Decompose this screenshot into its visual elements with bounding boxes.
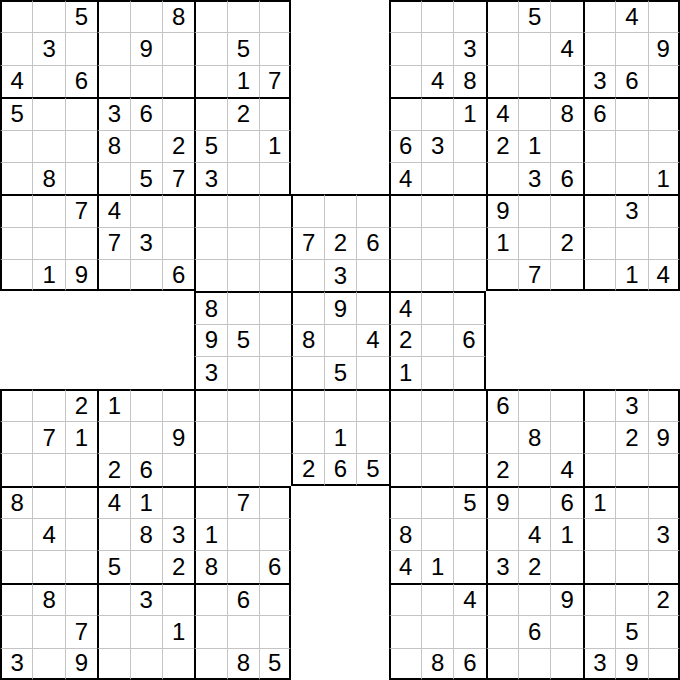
empty-cell-r6c14[interactable] xyxy=(421,162,453,194)
empty-cell-r13c19[interactable] xyxy=(583,389,615,421)
given-cell-r14c21[interactable]: 9 xyxy=(648,421,680,453)
given-cell-r6c21[interactable]: 1 xyxy=(648,162,680,194)
empty-cell-r13c13[interactable] xyxy=(389,389,421,421)
empty-cell-r9c13[interactable] xyxy=(389,259,421,291)
empty-cell-r8c1[interactable] xyxy=(0,227,32,259)
empty-cell-r17c14[interactable] xyxy=(421,518,453,550)
empty-cell-r16c7[interactable] xyxy=(194,486,226,518)
given-cell-r21c9[interactable]: 5 xyxy=(259,648,291,680)
empty-cell-r2c9[interactable] xyxy=(259,32,291,64)
empty-cell-r1c15[interactable] xyxy=(453,0,485,32)
given-cell-r6c6[interactable]: 7 xyxy=(162,162,194,194)
empty-cell-r12c15[interactable] xyxy=(453,356,485,388)
empty-cell-r7c17[interactable] xyxy=(518,194,550,226)
empty-cell-r13c10[interactable] xyxy=(291,389,323,421)
empty-cell-r7c18[interactable] xyxy=(550,194,582,226)
empty-cell-r3c5[interactable] xyxy=(130,65,162,97)
empty-cell-r17c16[interactable] xyxy=(486,518,518,550)
given-cell-r14c3[interactable]: 1 xyxy=(65,421,97,453)
empty-cell-r13c8[interactable] xyxy=(227,389,259,421)
given-cell-r14c20[interactable]: 2 xyxy=(615,421,647,453)
empty-cell-r1c16[interactable] xyxy=(486,0,518,32)
empty-cell-r1c13[interactable] xyxy=(389,0,421,32)
empty-cell-r12c8[interactable] xyxy=(227,356,259,388)
empty-cell-r3c21[interactable] xyxy=(648,65,680,97)
empty-cell-r21c13[interactable] xyxy=(389,648,421,680)
empty-cell-r6c16[interactable] xyxy=(486,162,518,194)
empty-cell-r5c15[interactable] xyxy=(453,130,485,162)
empty-cell-r5c8[interactable] xyxy=(227,130,259,162)
empty-cell-r2c3[interactable] xyxy=(65,32,97,64)
empty-cell-r19c4[interactable] xyxy=(97,583,129,615)
given-cell-r2c8[interactable]: 5 xyxy=(227,32,259,64)
given-cell-r12c13[interactable]: 1 xyxy=(389,356,421,388)
empty-cell-r20c18[interactable] xyxy=(550,615,582,647)
empty-cell-r13c12[interactable] xyxy=(356,389,388,421)
given-cell-r14c11[interactable]: 1 xyxy=(324,421,356,453)
empty-cell-r16c21[interactable] xyxy=(648,486,680,518)
empty-cell-r14c16[interactable] xyxy=(486,421,518,453)
given-cell-r11c10[interactable]: 8 xyxy=(291,324,323,356)
empty-cell-r3c18[interactable] xyxy=(550,65,582,97)
given-cell-r5c17[interactable]: 1 xyxy=(518,130,550,162)
given-cell-r2c21[interactable]: 9 xyxy=(648,32,680,64)
empty-cell-r14c13[interactable] xyxy=(389,421,421,453)
given-cell-r3c3[interactable]: 6 xyxy=(65,65,97,97)
given-cell-r14c17[interactable]: 8 xyxy=(518,421,550,453)
empty-cell-r2c16[interactable] xyxy=(486,32,518,64)
given-cell-r15c12[interactable]: 5 xyxy=(356,453,388,485)
empty-cell-r18c5[interactable] xyxy=(130,550,162,582)
empty-cell-r1c21[interactable] xyxy=(648,0,680,32)
empty-cell-r14c8[interactable] xyxy=(227,421,259,453)
empty-cell-r5c5[interactable] xyxy=(130,130,162,162)
empty-cell-r9c16[interactable] xyxy=(486,259,518,291)
empty-cell-r14c15[interactable] xyxy=(453,421,485,453)
given-cell-r11c7[interactable]: 9 xyxy=(194,324,226,356)
empty-cell-r13c17[interactable] xyxy=(518,389,550,421)
given-cell-r11c13[interactable]: 2 xyxy=(389,324,421,356)
given-cell-r9c6[interactable]: 6 xyxy=(162,259,194,291)
given-cell-r10c13[interactable]: 4 xyxy=(389,291,421,323)
empty-cell-r19c3[interactable] xyxy=(65,583,97,615)
empty-cell-r9c12[interactable] xyxy=(356,259,388,291)
empty-cell-r8c9[interactable] xyxy=(259,227,291,259)
given-cell-r9c20[interactable]: 1 xyxy=(615,259,647,291)
empty-cell-r18c1[interactable] xyxy=(0,550,32,582)
empty-cell-r6c15[interactable] xyxy=(453,162,485,194)
given-cell-r14c6[interactable]: 9 xyxy=(162,421,194,453)
given-cell-r16c18[interactable]: 6 xyxy=(550,486,582,518)
empty-cell-r3c2[interactable] xyxy=(32,65,64,97)
given-cell-r21c19[interactable]: 3 xyxy=(583,648,615,680)
given-cell-r1c20[interactable]: 4 xyxy=(615,0,647,32)
empty-cell-r8c3[interactable] xyxy=(65,227,97,259)
empty-cell-r6c19[interactable] xyxy=(583,162,615,194)
empty-cell-r15c2[interactable] xyxy=(32,453,64,485)
empty-cell-r10c14[interactable] xyxy=(421,291,453,323)
empty-cell-r19c19[interactable] xyxy=(583,583,615,615)
given-cell-r19c2[interactable]: 8 xyxy=(32,583,64,615)
empty-cell-r1c8[interactable] xyxy=(227,0,259,32)
given-cell-r11c8[interactable]: 5 xyxy=(227,324,259,356)
given-cell-r16c1[interactable]: 8 xyxy=(0,486,32,518)
given-cell-r20c17[interactable]: 6 xyxy=(518,615,550,647)
empty-cell-r16c6[interactable] xyxy=(162,486,194,518)
given-cell-r15c18[interactable]: 4 xyxy=(550,453,582,485)
given-cell-r8c4[interactable]: 7 xyxy=(97,227,129,259)
given-cell-r9c2[interactable]: 1 xyxy=(32,259,64,291)
empty-cell-r16c14[interactable] xyxy=(421,486,453,518)
given-cell-r2c18[interactable]: 4 xyxy=(550,32,582,64)
given-cell-r4c16[interactable]: 4 xyxy=(486,97,518,129)
given-cell-r16c16[interactable]: 9 xyxy=(486,486,518,518)
empty-cell-r17c4[interactable] xyxy=(97,518,129,550)
empty-cell-r15c17[interactable] xyxy=(518,453,550,485)
empty-cell-r18c2[interactable] xyxy=(32,550,64,582)
empty-cell-r17c20[interactable] xyxy=(615,518,647,550)
given-cell-r19c21[interactable]: 2 xyxy=(648,583,680,615)
empty-cell-r15c6[interactable] xyxy=(162,453,194,485)
given-cell-r1c17[interactable]: 5 xyxy=(518,0,550,32)
empty-cell-r19c20[interactable] xyxy=(615,583,647,615)
empty-cell-r16c13[interactable] xyxy=(389,486,421,518)
empty-cell-r15c7[interactable] xyxy=(194,453,226,485)
empty-cell-r16c20[interactable] xyxy=(615,486,647,518)
given-cell-r6c5[interactable]: 5 xyxy=(130,162,162,194)
given-cell-r4c15[interactable]: 1 xyxy=(453,97,485,129)
given-cell-r15c16[interactable]: 2 xyxy=(486,453,518,485)
empty-cell-r1c2[interactable] xyxy=(32,0,64,32)
given-cell-r17c21[interactable]: 3 xyxy=(648,518,680,550)
empty-cell-r16c9[interactable] xyxy=(259,486,291,518)
given-cell-r5c16[interactable]: 2 xyxy=(486,130,518,162)
empty-cell-r20c14[interactable] xyxy=(421,615,453,647)
empty-cell-r20c5[interactable] xyxy=(130,615,162,647)
given-cell-r12c7[interactable]: 3 xyxy=(194,356,226,388)
empty-cell-r19c17[interactable] xyxy=(518,583,550,615)
empty-cell-r18c8[interactable] xyxy=(227,550,259,582)
given-cell-r12c11[interactable]: 5 xyxy=(324,356,356,388)
empty-cell-r14c12[interactable] xyxy=(356,421,388,453)
empty-cell-r16c2[interactable] xyxy=(32,486,64,518)
given-cell-r2c15[interactable]: 3 xyxy=(453,32,485,64)
empty-cell-r20c2[interactable] xyxy=(32,615,64,647)
empty-cell-r1c18[interactable] xyxy=(550,0,582,32)
empty-cell-r12c14[interactable] xyxy=(421,356,453,388)
empty-cell-r14c1[interactable] xyxy=(0,421,32,453)
empty-cell-r2c17[interactable] xyxy=(518,32,550,64)
empty-cell-r8c21[interactable] xyxy=(648,227,680,259)
empty-cell-r3c13[interactable] xyxy=(389,65,421,97)
empty-cell-r5c3[interactable] xyxy=(65,130,97,162)
empty-cell-r2c7[interactable] xyxy=(194,32,226,64)
empty-cell-r9c15[interactable] xyxy=(453,259,485,291)
given-cell-r16c4[interactable]: 4 xyxy=(97,486,129,518)
empty-cell-r15c20[interactable] xyxy=(615,453,647,485)
given-cell-r16c8[interactable]: 7 xyxy=(227,486,259,518)
given-cell-r7c16[interactable]: 9 xyxy=(486,194,518,226)
empty-cell-r21c17[interactable] xyxy=(518,648,550,680)
given-cell-r9c11[interactable]: 3 xyxy=(324,259,356,291)
empty-cell-r15c14[interactable] xyxy=(421,453,453,485)
empty-cell-r5c20[interactable] xyxy=(615,130,647,162)
given-cell-r21c15[interactable]: 6 xyxy=(453,648,485,680)
empty-cell-r20c9[interactable] xyxy=(259,615,291,647)
empty-cell-r7c13[interactable] xyxy=(389,194,421,226)
empty-cell-r17c8[interactable] xyxy=(227,518,259,550)
empty-cell-r7c5[interactable] xyxy=(130,194,162,226)
given-cell-r7c4[interactable]: 4 xyxy=(97,194,129,226)
given-cell-r17c13[interactable]: 8 xyxy=(389,518,421,550)
given-cell-r4c19[interactable]: 6 xyxy=(583,97,615,129)
given-cell-r19c18[interactable]: 9 xyxy=(550,583,582,615)
empty-cell-r14c10[interactable] xyxy=(291,421,323,453)
empty-cell-r21c4[interactable] xyxy=(97,648,129,680)
empty-cell-r8c13[interactable] xyxy=(389,227,421,259)
given-cell-r3c19[interactable]: 3 xyxy=(583,65,615,97)
empty-cell-r20c13[interactable] xyxy=(389,615,421,647)
given-cell-r5c14[interactable]: 3 xyxy=(421,130,453,162)
given-cell-r18c14[interactable]: 1 xyxy=(421,550,453,582)
given-cell-r4c1[interactable]: 5 xyxy=(0,97,32,129)
empty-cell-r7c7[interactable] xyxy=(194,194,226,226)
empty-cell-r13c2[interactable] xyxy=(32,389,64,421)
given-cell-r3c8[interactable]: 1 xyxy=(227,65,259,97)
empty-cell-r14c18[interactable] xyxy=(550,421,582,453)
empty-cell-r9c9[interactable] xyxy=(259,259,291,291)
empty-cell-r3c16[interactable] xyxy=(486,65,518,97)
given-cell-r13c4[interactable]: 1 xyxy=(97,389,129,421)
given-cell-r3c20[interactable]: 6 xyxy=(615,65,647,97)
empty-cell-r15c1[interactable] xyxy=(0,453,32,485)
empty-cell-r20c4[interactable] xyxy=(97,615,129,647)
empty-cell-r21c21[interactable] xyxy=(648,648,680,680)
given-cell-r15c10[interactable]: 2 xyxy=(291,453,323,485)
given-cell-r13c16[interactable]: 6 xyxy=(486,389,518,421)
empty-cell-r13c5[interactable] xyxy=(130,389,162,421)
empty-cell-r7c9[interactable] xyxy=(259,194,291,226)
empty-cell-r2c4[interactable] xyxy=(97,32,129,64)
given-cell-r7c3[interactable]: 7 xyxy=(65,194,97,226)
empty-cell-r6c9[interactable] xyxy=(259,162,291,194)
empty-cell-r2c20[interactable] xyxy=(615,32,647,64)
empty-cell-r8c7[interactable] xyxy=(194,227,226,259)
given-cell-r20c6[interactable]: 1 xyxy=(162,615,194,647)
empty-cell-r5c18[interactable] xyxy=(550,130,582,162)
empty-cell-r3c6[interactable] xyxy=(162,65,194,97)
empty-cell-r2c14[interactable] xyxy=(421,32,453,64)
empty-cell-r2c13[interactable] xyxy=(389,32,421,64)
empty-cell-r15c8[interactable] xyxy=(227,453,259,485)
empty-cell-r15c21[interactable] xyxy=(648,453,680,485)
empty-cell-r18c19[interactable] xyxy=(583,550,615,582)
empty-cell-r4c6[interactable] xyxy=(162,97,194,129)
empty-cell-r17c1[interactable] xyxy=(0,518,32,550)
empty-cell-r4c17[interactable] xyxy=(518,97,550,129)
empty-cell-r20c8[interactable] xyxy=(227,615,259,647)
empty-cell-r16c17[interactable] xyxy=(518,486,550,518)
empty-cell-r8c2[interactable] xyxy=(32,227,64,259)
empty-cell-r9c1[interactable] xyxy=(0,259,32,291)
given-cell-r15c11[interactable]: 6 xyxy=(324,453,356,485)
empty-cell-r21c18[interactable] xyxy=(550,648,582,680)
empty-cell-r13c15[interactable] xyxy=(453,389,485,421)
empty-cell-r7c6[interactable] xyxy=(162,194,194,226)
empty-cell-r11c14[interactable] xyxy=(421,324,453,356)
empty-cell-r10c15[interactable] xyxy=(453,291,485,323)
given-cell-r6c18[interactable]: 6 xyxy=(550,162,582,194)
empty-cell-r4c14[interactable] xyxy=(421,97,453,129)
empty-cell-r19c16[interactable] xyxy=(486,583,518,615)
empty-cell-r20c1[interactable] xyxy=(0,615,32,647)
empty-cell-r14c7[interactable] xyxy=(194,421,226,453)
empty-cell-r15c13[interactable] xyxy=(389,453,421,485)
given-cell-r6c13[interactable]: 4 xyxy=(389,162,421,194)
given-cell-r5c4[interactable]: 8 xyxy=(97,130,129,162)
given-cell-r8c11[interactable]: 2 xyxy=(324,227,356,259)
empty-cell-r7c21[interactable] xyxy=(648,194,680,226)
given-cell-r21c14[interactable]: 8 xyxy=(421,648,453,680)
empty-cell-r6c1[interactable] xyxy=(0,162,32,194)
empty-cell-r19c14[interactable] xyxy=(421,583,453,615)
given-cell-r13c3[interactable]: 2 xyxy=(65,389,97,421)
empty-cell-r4c3[interactable] xyxy=(65,97,97,129)
empty-cell-r13c11[interactable] xyxy=(324,389,356,421)
empty-cell-r12c9[interactable] xyxy=(259,356,291,388)
empty-cell-r20c7[interactable] xyxy=(194,615,226,647)
empty-cell-r8c8[interactable] xyxy=(227,227,259,259)
given-cell-r15c4[interactable]: 2 xyxy=(97,453,129,485)
given-cell-r3c1[interactable]: 4 xyxy=(0,65,32,97)
empty-cell-r10c9[interactable] xyxy=(259,291,291,323)
given-cell-r18c4[interactable]: 5 xyxy=(97,550,129,582)
empty-cell-r18c18[interactable] xyxy=(550,550,582,582)
empty-cell-r3c7[interactable] xyxy=(194,65,226,97)
empty-cell-r19c13[interactable] xyxy=(389,583,421,615)
empty-cell-r13c21[interactable] xyxy=(648,389,680,421)
empty-cell-r16c3[interactable] xyxy=(65,486,97,518)
empty-cell-r8c15[interactable] xyxy=(453,227,485,259)
given-cell-r5c9[interactable]: 1 xyxy=(259,130,291,162)
empty-cell-r19c1[interactable] xyxy=(0,583,32,615)
empty-cell-r17c9[interactable] xyxy=(259,518,291,550)
empty-cell-r2c6[interactable] xyxy=(162,32,194,64)
given-cell-r18c13[interactable]: 4 xyxy=(389,550,421,582)
empty-cell-r10c8[interactable] xyxy=(227,291,259,323)
empty-cell-r9c18[interactable] xyxy=(550,259,582,291)
given-cell-r18c16[interactable]: 3 xyxy=(486,550,518,582)
given-cell-r15c5[interactable]: 6 xyxy=(130,453,162,485)
given-cell-r13c20[interactable]: 3 xyxy=(615,389,647,421)
empty-cell-r4c20[interactable] xyxy=(615,97,647,129)
empty-cell-r5c2[interactable] xyxy=(32,130,64,162)
given-cell-r7c20[interactable]: 3 xyxy=(615,194,647,226)
empty-cell-r4c21[interactable] xyxy=(648,97,680,129)
given-cell-r6c2[interactable]: 8 xyxy=(32,162,64,194)
empty-cell-r8c17[interactable] xyxy=(518,227,550,259)
empty-cell-r18c15[interactable] xyxy=(453,550,485,582)
given-cell-r4c8[interactable]: 2 xyxy=(227,97,259,129)
empty-cell-r15c15[interactable] xyxy=(453,453,485,485)
given-cell-r16c19[interactable]: 1 xyxy=(583,486,615,518)
empty-cell-r5c21[interactable] xyxy=(648,130,680,162)
given-cell-r3c9[interactable]: 7 xyxy=(259,65,291,97)
given-cell-r19c5[interactable]: 3 xyxy=(130,583,162,615)
given-cell-r9c3[interactable]: 9 xyxy=(65,259,97,291)
given-cell-r8c12[interactable]: 6 xyxy=(356,227,388,259)
empty-cell-r19c7[interactable] xyxy=(194,583,226,615)
empty-cell-r20c16[interactable] xyxy=(486,615,518,647)
empty-cell-r11c9[interactable] xyxy=(259,324,291,356)
empty-cell-r6c3[interactable] xyxy=(65,162,97,194)
empty-cell-r12c10[interactable] xyxy=(291,356,323,388)
empty-cell-r1c9[interactable] xyxy=(259,0,291,32)
given-cell-r17c2[interactable]: 4 xyxy=(32,518,64,550)
given-cell-r9c21[interactable]: 4 xyxy=(648,259,680,291)
given-cell-r3c14[interactable]: 4 xyxy=(421,65,453,97)
given-cell-r16c5[interactable]: 1 xyxy=(130,486,162,518)
empty-cell-r9c14[interactable] xyxy=(421,259,453,291)
given-cell-r11c15[interactable]: 6 xyxy=(453,324,485,356)
empty-cell-r7c19[interactable] xyxy=(583,194,615,226)
empty-cell-r13c7[interactable] xyxy=(194,389,226,421)
given-cell-r5c6[interactable]: 2 xyxy=(162,130,194,162)
empty-cell-r13c18[interactable] xyxy=(550,389,582,421)
empty-cell-r8c20[interactable] xyxy=(615,227,647,259)
empty-cell-r19c9[interactable] xyxy=(259,583,291,615)
given-cell-r6c7[interactable]: 3 xyxy=(194,162,226,194)
given-cell-r18c9[interactable]: 6 xyxy=(259,550,291,582)
given-cell-r10c7[interactable]: 8 xyxy=(194,291,226,323)
empty-cell-r14c14[interactable] xyxy=(421,421,453,453)
empty-cell-r3c17[interactable] xyxy=(518,65,550,97)
given-cell-r21c3[interactable]: 9 xyxy=(65,648,97,680)
empty-cell-r7c11[interactable] xyxy=(324,194,356,226)
empty-cell-r15c19[interactable] xyxy=(583,453,615,485)
empty-cell-r4c2[interactable] xyxy=(32,97,64,129)
empty-cell-r13c9[interactable] xyxy=(259,389,291,421)
empty-cell-r4c13[interactable] xyxy=(389,97,421,129)
empty-cell-r15c3[interactable] xyxy=(65,453,97,485)
empty-cell-r8c19[interactable] xyxy=(583,227,615,259)
empty-cell-r15c9[interactable] xyxy=(259,453,291,485)
given-cell-r4c4[interactable]: 3 xyxy=(97,97,129,129)
given-cell-r4c5[interactable]: 6 xyxy=(130,97,162,129)
empty-cell-r21c16[interactable] xyxy=(486,648,518,680)
given-cell-r5c13[interactable]: 6 xyxy=(389,130,421,162)
empty-cell-r19c6[interactable] xyxy=(162,583,194,615)
empty-cell-r2c19[interactable] xyxy=(583,32,615,64)
empty-cell-r17c3[interactable] xyxy=(65,518,97,550)
given-cell-r20c3[interactable]: 7 xyxy=(65,615,97,647)
given-cell-r8c18[interactable]: 2 xyxy=(550,227,582,259)
empty-cell-r6c8[interactable] xyxy=(227,162,259,194)
empty-cell-r14c5[interactable] xyxy=(130,421,162,453)
empty-cell-r9c10[interactable] xyxy=(291,259,323,291)
empty-cell-r6c4[interactable] xyxy=(97,162,129,194)
empty-cell-r9c8[interactable] xyxy=(227,259,259,291)
given-cell-r18c6[interactable]: 2 xyxy=(162,550,194,582)
empty-cell-r12c12[interactable] xyxy=(356,356,388,388)
empty-cell-r21c6[interactable] xyxy=(162,648,194,680)
empty-cell-r11c11[interactable] xyxy=(324,324,356,356)
empty-cell-r7c8[interactable] xyxy=(227,194,259,226)
given-cell-r17c6[interactable]: 3 xyxy=(162,518,194,550)
empty-cell-r9c19[interactable] xyxy=(583,259,615,291)
given-cell-r21c1[interactable]: 3 xyxy=(0,648,32,680)
empty-cell-r7c2[interactable] xyxy=(32,194,64,226)
